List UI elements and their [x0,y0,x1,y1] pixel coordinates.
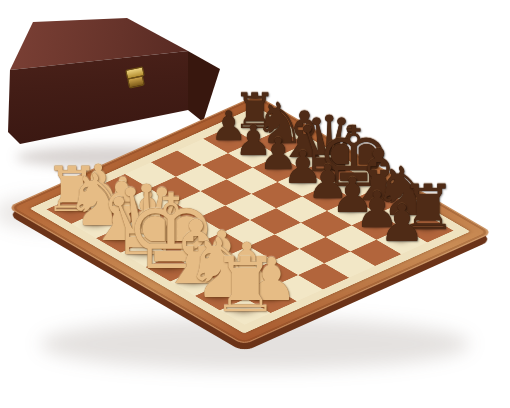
piece-black-pawn-h7[interactable]: ♟ [379,198,425,250]
chess-set-photo: ♜♞♝♛♚♝♞♜♟♟♟♟♟♟♟♟♟♟♟♟♟♟♟♟♜♞♝♛♚♝♞♜ [0,0,510,408]
piece-white-rook-h1[interactable]: ♜ [211,248,279,324]
